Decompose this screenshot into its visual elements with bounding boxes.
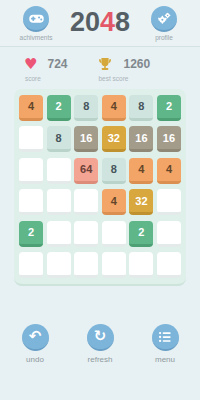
- empty-cell: [74, 252, 98, 278]
- empty-cell: [47, 221, 71, 247]
- empty-cell: [47, 252, 71, 278]
- score-panel: ♥ 724 score 1260 best score: [0, 47, 200, 82]
- achievements-label: achivments: [20, 34, 53, 41]
- game-board[interactable]: 4284828163216166484443222: [14, 89, 186, 286]
- tile-32: 32: [129, 189, 153, 215]
- current-score: ♥ 724 score: [24, 55, 67, 82]
- heart-icon: ♥: [24, 57, 37, 72]
- score-value: 724: [47, 57, 67, 71]
- title-char: 2: [70, 7, 85, 37]
- refresh-icon[interactable]: ↻: [87, 324, 114, 351]
- tile-4: 4: [157, 158, 181, 184]
- empty-cell: [157, 189, 181, 215]
- menu-label: menu: [155, 355, 175, 364]
- empty-cell: [47, 189, 71, 215]
- empty-cell: [102, 221, 126, 247]
- game-title: 2048: [70, 7, 130, 37]
- title-char: 0: [85, 7, 100, 37]
- empty-cell: [47, 158, 71, 184]
- tile-4: 4: [129, 158, 153, 184]
- profile-button[interactable]: profile: [138, 6, 190, 41]
- tile-16: 16: [157, 126, 181, 152]
- empty-cell: [19, 126, 43, 152]
- gears-icon[interactable]: [151, 6, 177, 32]
- tile-4: 4: [102, 95, 126, 121]
- menu-button[interactable]: menu: [142, 324, 188, 364]
- tile-2: 2: [157, 95, 181, 121]
- tile-2: 2: [129, 221, 153, 247]
- tile-4: 4: [19, 95, 43, 121]
- empty-cell: [157, 252, 181, 278]
- tile-8: 8: [129, 95, 153, 121]
- empty-cell: [102, 252, 126, 278]
- refresh-button[interactable]: ↻ refresh: [77, 324, 123, 364]
- tile-32: 32: [102, 126, 126, 152]
- tile-16: 16: [129, 126, 153, 152]
- tile-8: 8: [102, 158, 126, 184]
- tile-64: 64: [74, 158, 98, 184]
- gamepad-icon[interactable]: [23, 6, 49, 32]
- undo-icon[interactable]: ↶: [22, 324, 49, 351]
- empty-cell: [74, 189, 98, 215]
- tile-4: 4: [102, 189, 126, 215]
- empty-cell: [19, 158, 43, 184]
- tile-16: 16: [74, 126, 98, 152]
- empty-cell: [129, 252, 153, 278]
- tile-8: 8: [74, 95, 98, 121]
- best-score-label: best score: [98, 75, 150, 82]
- title-char: 4: [100, 7, 115, 37]
- title-char: 8: [115, 7, 130, 37]
- empty-cell: [19, 189, 43, 215]
- refresh-label: refresh: [88, 355, 113, 364]
- tile-8: 8: [47, 126, 71, 152]
- score-label: score: [25, 75, 67, 82]
- undo-button[interactable]: ↶ undo: [12, 324, 58, 364]
- trophy-icon: [97, 56, 113, 72]
- menu-icon[interactable]: [152, 324, 179, 351]
- profile-label: profile: [155, 34, 173, 41]
- best-score: 1260 best score: [97, 55, 150, 82]
- empty-cell: [19, 252, 43, 278]
- undo-label: undo: [26, 355, 44, 364]
- empty-cell: [74, 221, 98, 247]
- empty-cell: [157, 221, 181, 247]
- tile-2: 2: [47, 95, 71, 121]
- best-score-value: 1260: [123, 57, 150, 71]
- header-bar: achivments 2048 profile: [0, 0, 200, 47]
- control-bar: ↶ undo ↻ refresh menu: [0, 324, 200, 364]
- tile-2: 2: [19, 221, 43, 247]
- achievements-button[interactable]: achivments: [10, 6, 62, 41]
